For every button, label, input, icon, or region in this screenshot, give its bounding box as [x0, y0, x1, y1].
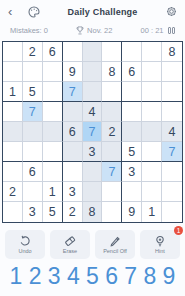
cell-r4c4[interactable] [63, 102, 83, 122]
cell-r2c3[interactable] [43, 62, 63, 82]
pencil-button[interactable]: Pencil Off [95, 230, 135, 259]
timer-area: 00 : 21 [141, 26, 175, 35]
cell-r7c1[interactable] [3, 162, 23, 182]
cell-r9c3[interactable]: 5 [43, 202, 63, 222]
cell-r7c6[interactable]: 7 [102, 162, 122, 182]
mistakes-counter: Mistakes: 0 [10, 26, 48, 35]
numpad-4[interactable]: 4 [64, 264, 82, 289]
cell-r2c7[interactable]: 6 [122, 62, 142, 82]
pencil-icon [109, 235, 121, 247]
numpad-1[interactable]: 1 [7, 264, 25, 289]
cell-r5c5[interactable]: 7 [83, 122, 103, 142]
cell-r5c3[interactable] [43, 122, 63, 142]
status-bar: Mistakes: 0 Nov. 22 00 : 21 [0, 24, 185, 36]
cell-r5c4[interactable]: 6 [63, 122, 83, 142]
cell-r2c5[interactable] [83, 62, 103, 82]
cell-r8c7[interactable] [122, 182, 142, 202]
page-title: Daily Challenge [42, 7, 163, 17]
cell-r4c9[interactable] [162, 102, 182, 122]
daily-date: Nov. 22 [76, 26, 112, 35]
number-pad: 123456789 [0, 264, 185, 289]
cell-r4c6[interactable] [102, 102, 122, 122]
hint-button[interactable]: Hint 1 [140, 230, 180, 259]
cell-r5c9[interactable]: 4 [162, 122, 182, 142]
hint-badge: 1 [174, 226, 183, 235]
cell-r3c8[interactable] [142, 82, 162, 102]
cell-r9c6[interactable] [102, 202, 122, 222]
cell-r2c9[interactable] [162, 62, 182, 82]
numpad-6[interactable]: 6 [103, 264, 121, 289]
cell-r5c7[interactable] [122, 122, 142, 142]
cell-r3c9[interactable] [162, 82, 182, 102]
top-bar: ‹ Daily Challenge [0, 0, 185, 18]
undo-icon [19, 235, 31, 247]
gear-icon[interactable] [163, 6, 177, 17]
cell-r1c3[interactable]: 6 [43, 42, 63, 62]
cell-r3c1[interactable]: 1 [3, 82, 23, 102]
cell-r2c1[interactable] [3, 62, 23, 82]
cell-r8c4[interactable]: 3 [63, 182, 83, 202]
numpad-8[interactable]: 8 [141, 264, 159, 289]
cell-r1c6[interactable] [102, 42, 122, 62]
cell-r6c9[interactable]: 7 [162, 142, 182, 162]
cell-r6c1[interactable] [3, 142, 23, 162]
toolbar: Undo Erase Pencil Off Hint 1 [5, 230, 180, 259]
cell-r7c8[interactable] [142, 162, 162, 182]
cell-r8c1[interactable]: 2 [3, 182, 23, 202]
cell-r9c8[interactable]: 1 [142, 202, 162, 222]
cell-r7c4[interactable] [63, 162, 83, 182]
cell-r8c8[interactable] [142, 182, 162, 202]
pause-button[interactable] [168, 27, 175, 34]
cell-r5c2[interactable] [23, 122, 43, 142]
cell-r6c2[interactable] [23, 142, 43, 162]
cell-r4c7[interactable] [122, 102, 142, 122]
cell-r3c7[interactable] [122, 82, 142, 102]
cell-r7c5[interactable] [83, 162, 103, 182]
cell-r6c3[interactable] [43, 142, 63, 162]
lightbulb-icon [154, 235, 166, 247]
sudoku-board: 268986157746724357673213352891 [2, 41, 183, 223]
cell-r2c4[interactable]: 9 [63, 62, 83, 82]
cell-r2c8[interactable] [142, 62, 162, 82]
cell-r3c2[interactable]: 5 [23, 82, 43, 102]
cell-r4c3[interactable] [43, 102, 63, 122]
cell-r1c9[interactable]: 8 [162, 42, 182, 62]
cell-r1c4[interactable] [63, 42, 83, 62]
numpad-3[interactable]: 3 [45, 264, 63, 289]
palette-icon[interactable] [28, 6, 42, 18]
cell-r9c7[interactable]: 9 [122, 202, 142, 222]
cell-r4c1[interactable] [3, 102, 23, 122]
numpad-9[interactable]: 9 [160, 264, 178, 289]
cell-r7c9[interactable] [162, 162, 182, 182]
trophy-icon [76, 26, 84, 35]
undo-button[interactable]: Undo [5, 230, 45, 259]
cell-r5c8[interactable] [142, 122, 162, 142]
cell-r4c8[interactable] [142, 102, 162, 122]
numpad-2[interactable]: 2 [26, 264, 44, 289]
timer-value: 00 : 21 [141, 26, 164, 35]
cell-r9c2[interactable]: 3 [23, 202, 43, 222]
cell-r8c9[interactable] [162, 182, 182, 202]
cell-r5c6[interactable]: 2 [102, 122, 122, 142]
cell-r7c3[interactable] [43, 162, 63, 182]
cell-r6c7[interactable]: 5 [122, 142, 142, 162]
cell-r1c1[interactable] [3, 42, 23, 62]
cell-r8c5[interactable] [83, 182, 103, 202]
cell-r2c6[interactable]: 8 [102, 62, 122, 82]
cell-r6c5[interactable]: 3 [83, 142, 103, 162]
cell-r4c2[interactable]: 7 [23, 102, 43, 122]
cell-r2c2[interactable] [23, 62, 43, 82]
cell-r9c4[interactable]: 2 [63, 202, 83, 222]
cell-r1c5[interactable] [83, 42, 103, 62]
cell-r9c1[interactable] [3, 202, 23, 222]
cell-r3c4[interactable]: 7 [63, 82, 83, 102]
cell-r9c5[interactable]: 8 [83, 202, 103, 222]
cell-r4c5[interactable]: 4 [83, 102, 103, 122]
cell-r6c4[interactable] [63, 142, 83, 162]
cell-r6c8[interactable] [142, 142, 162, 162]
cell-r3c5[interactable] [83, 82, 103, 102]
back-button[interactable]: ‹ [8, 5, 20, 18]
cell-r3c6[interactable] [102, 82, 122, 102]
cell-r9c9[interactable] [162, 202, 182, 222]
cell-r1c7[interactable] [122, 42, 142, 62]
cell-r8c3[interactable]: 1 [43, 182, 63, 202]
cell-r5c1[interactable] [3, 122, 23, 142]
erase-button[interactable]: Erase [50, 230, 90, 259]
cell-r7c2[interactable]: 6 [23, 162, 43, 182]
eraser-icon [64, 235, 76, 247]
numpad-7[interactable]: 7 [122, 264, 140, 289]
cell-r7c7[interactable]: 3 [122, 162, 142, 182]
cell-r8c6[interactable] [102, 182, 122, 202]
cell-r3c3[interactable] [43, 82, 63, 102]
numpad-5[interactable]: 5 [84, 264, 102, 289]
cell-r1c2[interactable]: 2 [23, 42, 43, 62]
cell-r1c8[interactable] [142, 42, 162, 62]
cell-r6c6[interactable] [102, 142, 122, 162]
cell-r8c2[interactable] [23, 182, 43, 202]
